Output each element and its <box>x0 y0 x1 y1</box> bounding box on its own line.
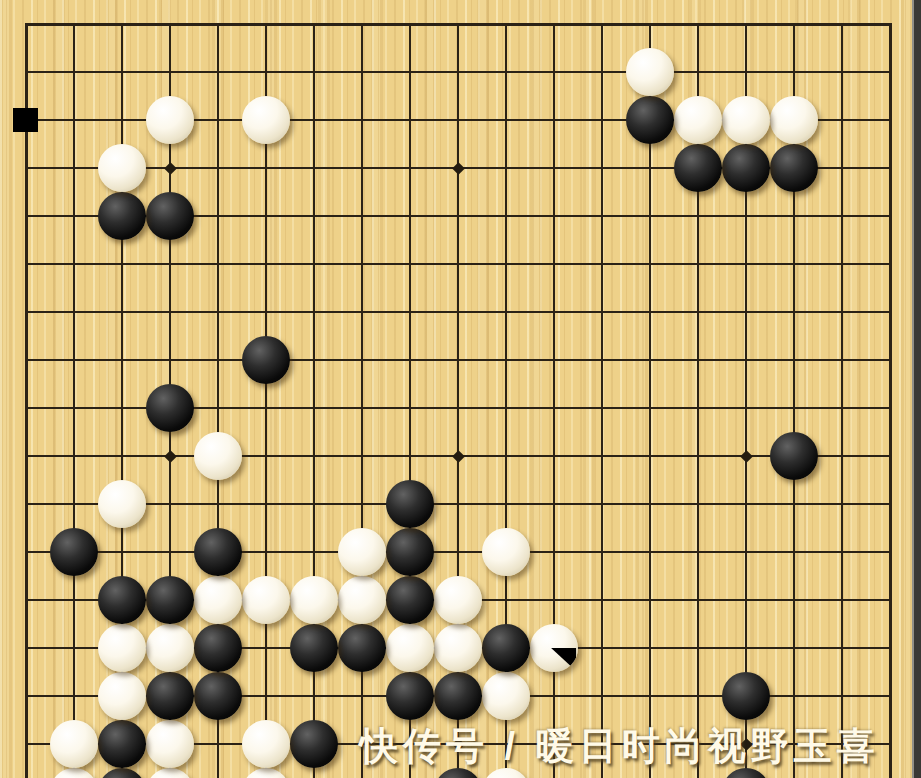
stone-black <box>338 624 386 672</box>
grid-line-horizontal <box>25 23 892 26</box>
grid-line-horizontal <box>25 71 892 73</box>
stone-black <box>98 576 146 624</box>
stone-black <box>98 192 146 240</box>
stone-black <box>50 528 98 576</box>
stone-black <box>194 528 242 576</box>
stone-black <box>146 576 194 624</box>
star-point <box>452 450 465 463</box>
star-point <box>452 162 465 175</box>
grid-line-horizontal <box>25 263 892 265</box>
stone-white <box>98 480 146 528</box>
stone-white <box>146 768 194 778</box>
stone-white <box>626 48 674 96</box>
stone-black <box>386 576 434 624</box>
stone-white <box>98 672 146 720</box>
edge-square-marker <box>13 108 38 132</box>
stone-black <box>98 720 146 768</box>
star-point <box>164 450 177 463</box>
stone-black <box>290 720 338 768</box>
grid-line-vertical <box>841 24 843 778</box>
stone-white <box>482 672 530 720</box>
stone-white <box>338 576 386 624</box>
star-point <box>164 162 177 175</box>
stone-white <box>194 432 242 480</box>
stone-black <box>194 672 242 720</box>
stone-white <box>242 576 290 624</box>
grid-line-horizontal <box>25 311 892 313</box>
stone-black <box>626 96 674 144</box>
stone-white <box>242 96 290 144</box>
stone-white <box>386 624 434 672</box>
stone-black <box>194 624 242 672</box>
stone-black <box>386 528 434 576</box>
stone-white <box>98 144 146 192</box>
stone-white <box>98 624 146 672</box>
stone-black <box>770 432 818 480</box>
stone-white <box>242 720 290 768</box>
grid-line-horizontal <box>25 359 892 361</box>
stone-white <box>194 576 242 624</box>
stone-black <box>722 768 770 778</box>
stone-white <box>674 96 722 144</box>
stone-black <box>674 144 722 192</box>
stone-black <box>98 768 146 778</box>
stone-white <box>146 96 194 144</box>
stone-black <box>146 192 194 240</box>
stone-white <box>50 720 98 768</box>
stone-white <box>434 576 482 624</box>
stone-black <box>242 336 290 384</box>
stone-white <box>338 528 386 576</box>
star-point <box>740 450 753 463</box>
grid-line-vertical <box>889 24 892 778</box>
grid-line-vertical <box>73 24 75 778</box>
stone-black <box>482 624 530 672</box>
stone-white <box>50 768 98 778</box>
stone-white <box>722 96 770 144</box>
stone-black <box>386 480 434 528</box>
stone-white <box>146 624 194 672</box>
grid-line-vertical <box>601 24 603 778</box>
grid-line-horizontal <box>25 551 892 553</box>
grid-line-vertical <box>25 24 28 778</box>
stone-white <box>290 576 338 624</box>
stone-black <box>386 672 434 720</box>
grid-line-horizontal <box>25 503 892 505</box>
go-board <box>0 0 921 778</box>
stone-white <box>434 624 482 672</box>
screenshot-root: 快传号 / 暖日时尚视野玉喜 <box>0 0 921 778</box>
stone-black <box>722 144 770 192</box>
stone-white <box>770 96 818 144</box>
stone-black <box>434 672 482 720</box>
stone-black <box>146 672 194 720</box>
watermark-text: 快传号 / 暖日时尚视野玉喜 <box>360 727 880 765</box>
stone-black <box>770 144 818 192</box>
stone-black <box>434 768 482 778</box>
stone-black <box>146 384 194 432</box>
triangle-marker-icon <box>530 624 578 672</box>
stone-white <box>482 768 530 778</box>
stone-white <box>482 528 530 576</box>
stone-white <box>146 720 194 768</box>
right-edge-strip <box>912 0 921 778</box>
stone-black <box>722 672 770 720</box>
stone-white <box>530 624 578 672</box>
stone-white <box>242 768 290 778</box>
stone-black <box>290 624 338 672</box>
